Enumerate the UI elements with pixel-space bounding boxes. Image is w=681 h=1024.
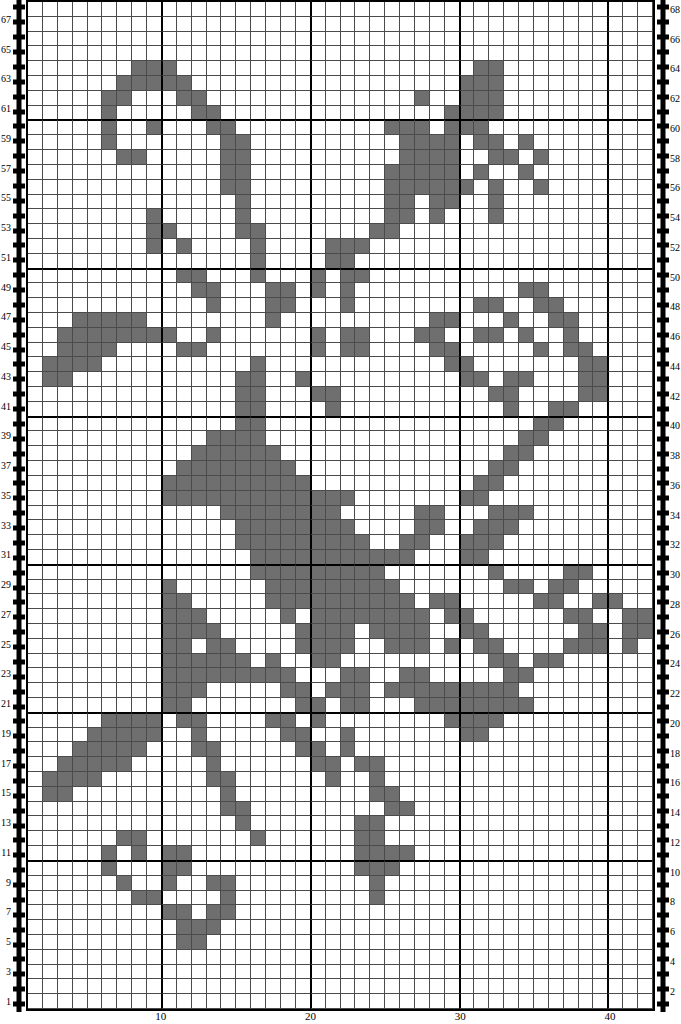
- open-cell: [564, 357, 579, 372]
- filled-cell: [564, 564, 579, 580]
- open-cell: [58, 728, 73, 743]
- open-cell: [58, 860, 73, 876]
- open-cell: [459, 846, 475, 861]
- open-cell: [638, 860, 653, 876]
- pattern-grid: [26, 0, 655, 1011]
- filled-cell: [341, 742, 356, 757]
- open-cell: [221, 416, 236, 432]
- open-cell: [161, 994, 177, 1009]
- open-cell: [445, 905, 460, 920]
- open-cell: [132, 283, 147, 298]
- open-cell: [281, 742, 296, 757]
- open-cell: [355, 209, 370, 224]
- open-cell: [296, 891, 311, 906]
- filled-cell: [207, 876, 222, 891]
- filled-cell: [400, 802, 415, 817]
- row-number-left: 57: [0, 159, 11, 179]
- edge-cross-marker: [11, 625, 26, 640]
- open-cell: [430, 831, 445, 846]
- open-cell: [593, 195, 608, 210]
- edge-cross-marker: [655, 848, 670, 863]
- edge-cross-marker: [11, 45, 26, 60]
- open-cell: [326, 431, 341, 446]
- open-cell: [341, 195, 356, 210]
- open-cell: [415, 935, 430, 950]
- open-cell: [117, 372, 132, 387]
- open-cell: [534, 950, 549, 965]
- filled-cell: [445, 357, 460, 372]
- open-cell: [326, 965, 341, 980]
- open-cell: [534, 328, 549, 343]
- open-cell: [593, 91, 608, 106]
- open-cell: [430, 17, 445, 32]
- open-cell: [430, 46, 445, 61]
- open-cell: [459, 742, 475, 757]
- open-cell: [73, 624, 88, 639]
- open-cell: [73, 461, 88, 476]
- open-cell: [296, 150, 311, 165]
- open-cell: [177, 580, 192, 595]
- filled-cell: [355, 757, 370, 772]
- open-cell: [459, 135, 475, 150]
- open-cell: [88, 712, 103, 728]
- open-cell: [534, 860, 549, 876]
- open-cell: [221, 239, 236, 254]
- open-cell: [177, 772, 192, 787]
- filled-cell: [102, 119, 117, 135]
- row-number-right: [670, 317, 681, 327]
- open-cell: [564, 106, 579, 121]
- open-cell: [341, 106, 356, 121]
- row-number-left: 35: [0, 486, 11, 506]
- open-cell: [296, 757, 311, 772]
- row-number-left: 23: [0, 664, 11, 684]
- open-cell: [489, 416, 504, 432]
- open-cell: [58, 431, 73, 446]
- open-cell: [341, 46, 356, 61]
- open-cell: [623, 61, 638, 76]
- open-cell: [459, 2, 475, 17]
- open-cell: [564, 446, 579, 461]
- filled-cell: [341, 683, 356, 698]
- open-cell: [430, 387, 445, 402]
- row-number-right: 36: [670, 476, 681, 496]
- filled-cell: [355, 594, 370, 609]
- open-cell: [341, 787, 356, 802]
- open-cell: [504, 165, 519, 180]
- open-cell: [564, 742, 579, 757]
- open-cell: [607, 920, 623, 935]
- row-number-right: 28: [670, 595, 681, 615]
- filled-cell: [474, 328, 489, 343]
- filled-cell: [147, 712, 162, 728]
- edge-cross-marker: [11, 327, 26, 342]
- open-cell: [221, 698, 236, 713]
- open-cell: [564, 491, 579, 506]
- edge-cross-marker: [11, 684, 26, 699]
- open-cell: [28, 950, 43, 965]
- filled-cell: [326, 491, 341, 506]
- open-cell: [58, 239, 73, 254]
- open-cell: [117, 119, 132, 135]
- open-cell: [207, 313, 222, 328]
- open-cell: [579, 224, 594, 239]
- open-cell: [266, 846, 281, 861]
- open-cell: [207, 224, 222, 239]
- filled-cell: [326, 580, 341, 595]
- row-number-right: [670, 139, 681, 149]
- open-cell: [117, 402, 132, 417]
- open-cell: [58, 535, 73, 550]
- open-cell: [161, 17, 177, 32]
- open-cell: [326, 17, 341, 32]
- open-cell: [430, 891, 445, 906]
- row-number-right: 2: [670, 982, 681, 1002]
- open-cell: [88, 446, 103, 461]
- filled-cell: [147, 891, 162, 906]
- open-cell: [207, 254, 222, 269]
- open-cell: [355, 283, 370, 298]
- filled-cell: [161, 491, 177, 506]
- open-cell: [58, 387, 73, 402]
- open-cell: [28, 209, 43, 224]
- filled-cell: [385, 195, 400, 210]
- filled-cell: [177, 860, 192, 876]
- open-cell: [489, 313, 504, 328]
- open-cell: [326, 905, 341, 920]
- filled-cell: [415, 165, 430, 180]
- open-cell: [534, 165, 549, 180]
- open-cell: [370, 728, 385, 743]
- open-cell: [504, 950, 519, 965]
- open-cell: [400, 46, 415, 61]
- open-cell: [355, 979, 370, 994]
- open-cell: [370, 135, 385, 150]
- row-number-right: 18: [670, 744, 681, 764]
- filled-cell: [415, 609, 430, 624]
- open-cell: [147, 580, 162, 595]
- open-cell: [623, 476, 638, 491]
- open-cell: [489, 254, 504, 269]
- open-cell: [251, 639, 266, 654]
- filled-cell: [43, 772, 58, 787]
- row-number-right: [670, 228, 681, 238]
- open-cell: [117, 965, 132, 980]
- filled-cell: [310, 564, 326, 580]
- open-cell: [266, 150, 281, 165]
- filled-cell: [221, 876, 236, 891]
- open-cell: [400, 239, 415, 254]
- open-cell: [281, 165, 296, 180]
- open-cell: [177, 742, 192, 757]
- open-cell: [593, 831, 608, 846]
- open-cell: [192, 860, 207, 876]
- edge-cross-marker: [11, 223, 26, 238]
- open-cell: [207, 209, 222, 224]
- open-cell: [296, 239, 311, 254]
- open-cell: [28, 668, 43, 683]
- open-cell: [221, 254, 236, 269]
- open-cell: [251, 891, 266, 906]
- open-cell: [519, 891, 534, 906]
- open-cell: [415, 965, 430, 980]
- open-cell: [326, 446, 341, 461]
- open-cell: [385, 461, 400, 476]
- filled-cell: [370, 564, 385, 580]
- open-cell: [221, 994, 236, 1009]
- open-cell: [430, 950, 445, 965]
- open-cell: [266, 2, 281, 17]
- open-cell: [415, 283, 430, 298]
- open-cell: [474, 920, 489, 935]
- filled-cell: [236, 402, 251, 417]
- open-cell: [519, 787, 534, 802]
- open-cell: [385, 446, 400, 461]
- filled-cell: [117, 313, 132, 328]
- open-cell: [564, 698, 579, 713]
- open-cell: [623, 387, 638, 402]
- open-cell: [638, 802, 653, 817]
- edge-cross-marker: [655, 714, 670, 729]
- filled-cell: [192, 668, 207, 683]
- open-cell: [251, 979, 266, 994]
- row-number-left: [0, 476, 11, 486]
- edge-cross-marker: [11, 744, 26, 759]
- open-cell: [385, 431, 400, 446]
- open-cell: [593, 891, 608, 906]
- open-cell: [549, 979, 564, 994]
- open-cell: [266, 268, 281, 284]
- open-cell: [341, 61, 356, 76]
- open-cell: [549, 965, 564, 980]
- open-cell: [296, 32, 311, 47]
- open-cell: [28, 135, 43, 150]
- open-cell: [73, 268, 88, 284]
- open-cell: [28, 624, 43, 639]
- row-number-left: 45: [0, 337, 11, 357]
- filled-cell: [445, 150, 460, 165]
- open-cell: [504, 2, 519, 17]
- open-cell: [607, 402, 623, 417]
- open-cell: [147, 135, 162, 150]
- open-cell: [504, 787, 519, 802]
- open-cell: [73, 387, 88, 402]
- open-cell: [43, 416, 58, 432]
- open-cell: [623, 402, 638, 417]
- open-cell: [564, 476, 579, 491]
- open-cell: [117, 580, 132, 595]
- open-cell: [207, 520, 222, 535]
- open-cell: [341, 357, 356, 372]
- open-cell: [28, 994, 43, 1009]
- open-cell: [177, 224, 192, 239]
- open-cell: [579, 209, 594, 224]
- open-cell: [161, 564, 177, 580]
- open-cell: [593, 180, 608, 195]
- filled-cell: [445, 165, 460, 180]
- open-cell: [534, 979, 549, 994]
- open-cell: [28, 32, 43, 47]
- open-cell: [310, 994, 326, 1009]
- open-cell: [489, 402, 504, 417]
- open-cell: [593, 846, 608, 861]
- open-cell: [177, 431, 192, 446]
- open-cell: [638, 416, 653, 432]
- open-cell: [102, 209, 117, 224]
- filled-cell: [355, 816, 370, 831]
- filled-cell: [310, 550, 326, 565]
- open-cell: [459, 313, 475, 328]
- open-cell: [593, 609, 608, 624]
- open-cell: [132, 17, 147, 32]
- filled-cell: [549, 594, 564, 609]
- open-cell: [623, 2, 638, 17]
- open-cell: [207, 994, 222, 1009]
- open-cell: [593, 816, 608, 831]
- filled-cell: [326, 402, 341, 417]
- open-cell: [147, 180, 162, 195]
- open-cell: [638, 491, 653, 506]
- open-cell: [88, 283, 103, 298]
- open-cell: [88, 91, 103, 106]
- open-cell: [534, 668, 549, 683]
- open-cell: [147, 268, 162, 284]
- open-cell: [623, 712, 638, 728]
- open-cell: [28, 357, 43, 372]
- open-cell: [400, 920, 415, 935]
- open-cell: [385, 76, 400, 91]
- open-cell: [58, 106, 73, 121]
- open-cell: [549, 683, 564, 698]
- open-cell: [58, 476, 73, 491]
- open-cell: [58, 150, 73, 165]
- open-cell: [607, 416, 623, 432]
- open-cell: [28, 831, 43, 846]
- open-cell: [147, 32, 162, 47]
- open-cell: [400, 298, 415, 313]
- row-number-left: 51: [0, 248, 11, 268]
- open-cell: [579, 46, 594, 61]
- open-cell: [355, 180, 370, 195]
- open-cell: [385, 728, 400, 743]
- open-cell: [192, 328, 207, 343]
- open-cell: [266, 180, 281, 195]
- open-cell: [192, 950, 207, 965]
- open-cell: [549, 535, 564, 550]
- open-cell: [161, 387, 177, 402]
- open-cell: [638, 91, 653, 106]
- open-cell: [73, 195, 88, 210]
- open-cell: [310, 802, 326, 817]
- open-cell: [43, 209, 58, 224]
- open-cell: [638, 195, 653, 210]
- open-cell: [400, 283, 415, 298]
- open-cell: [310, 76, 326, 91]
- open-cell: [28, 150, 43, 165]
- filled-cell: [326, 239, 341, 254]
- open-cell: [117, 32, 132, 47]
- open-cell: [430, 609, 445, 624]
- open-cell: [221, 2, 236, 17]
- open-cell: [88, 61, 103, 76]
- open-cell: [177, 979, 192, 994]
- open-cell: [88, 905, 103, 920]
- open-cell: [430, 802, 445, 817]
- open-cell: [549, 119, 564, 135]
- open-cell: [549, 195, 564, 210]
- filled-cell: [281, 683, 296, 698]
- filled-cell: [489, 564, 504, 580]
- open-cell: [459, 283, 475, 298]
- filled-cell: [266, 476, 281, 491]
- open-cell: [102, 357, 117, 372]
- open-cell: [28, 328, 43, 343]
- open-cell: [326, 195, 341, 210]
- open-cell: [43, 402, 58, 417]
- filled-cell: [266, 668, 281, 683]
- edge-cross-marker: [655, 952, 670, 967]
- open-cell: [549, 268, 564, 284]
- filled-cell: [147, 224, 162, 239]
- open-cell: [88, 639, 103, 654]
- open-cell: [489, 32, 504, 47]
- open-cell: [638, 268, 653, 284]
- open-cell: [73, 106, 88, 121]
- filled-cell: [489, 698, 504, 713]
- open-cell: [221, 209, 236, 224]
- filled-cell: [207, 624, 222, 639]
- open-cell: [28, 742, 43, 757]
- open-cell: [519, 831, 534, 846]
- open-cell: [207, 357, 222, 372]
- filled-cell: [400, 639, 415, 654]
- filled-cell: [177, 920, 192, 935]
- edge-cross-marker: [655, 759, 670, 774]
- open-cell: [161, 283, 177, 298]
- filled-cell: [310, 491, 326, 506]
- open-cell: [58, 712, 73, 728]
- open-cell: [281, 831, 296, 846]
- open-cell: [28, 816, 43, 831]
- open-cell: [430, 416, 445, 432]
- open-cell: [221, 757, 236, 772]
- filled-cell: [207, 119, 222, 135]
- open-cell: [221, 742, 236, 757]
- filled-cell: [266, 550, 281, 565]
- open-cell: [355, 416, 370, 432]
- open-cell: [43, 757, 58, 772]
- open-cell: [638, 698, 653, 713]
- open-cell: [385, 654, 400, 669]
- open-cell: [489, 357, 504, 372]
- open-cell: [58, 994, 73, 1009]
- open-cell: [549, 357, 564, 372]
- open-cell: [28, 476, 43, 491]
- filled-cell: [117, 712, 132, 728]
- filled-cell: [326, 506, 341, 521]
- open-cell: [281, 816, 296, 831]
- edge-cross-marker: [11, 60, 26, 75]
- open-cell: [504, 268, 519, 284]
- column-number: 40: [605, 1010, 616, 1022]
- open-cell: [161, 787, 177, 802]
- open-cell: [489, 935, 504, 950]
- filled-cell: [474, 639, 489, 654]
- open-cell: [519, 17, 534, 32]
- open-cell: [88, 106, 103, 121]
- open-cell: [251, 180, 266, 195]
- row-number-left: 17: [0, 754, 11, 774]
